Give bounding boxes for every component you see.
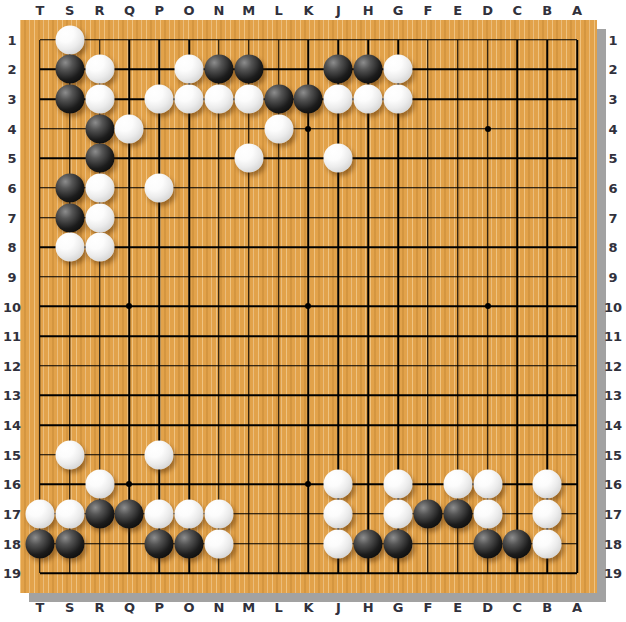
intersection-J4[interactable] [323,114,353,144]
intersection-L9[interactable] [264,262,294,292]
intersection-H14[interactable] [353,410,383,440]
intersection-K1[interactable] [294,25,324,55]
intersection-O3[interactable] [174,84,204,114]
intersection-M6[interactable] [234,173,264,203]
intersection-G11[interactable] [383,321,413,351]
intersection-N6[interactable] [204,173,234,203]
intersection-E8[interactable] [443,232,473,262]
intersection-P4[interactable] [144,114,174,144]
intersection-E18[interactable] [443,529,473,559]
intersection-K17[interactable] [294,499,324,529]
intersection-E7[interactable] [443,203,473,233]
intersection-E14[interactable] [443,410,473,440]
intersection-C1[interactable] [502,25,532,55]
intersection-B11[interactable] [532,321,562,351]
intersection-M10[interactable] [234,292,264,322]
intersection-O15[interactable] [174,440,204,470]
intersection-A16[interactable] [562,469,592,499]
intersection-H13[interactable] [353,381,383,411]
intersection-O10[interactable] [174,292,204,322]
intersection-T13[interactable] [25,381,55,411]
intersection-Q18[interactable] [115,529,145,559]
intersection-O8[interactable] [174,232,204,262]
intersection-C15[interactable] [502,440,532,470]
intersection-L3[interactable] [264,84,294,114]
intersection-C5[interactable] [502,144,532,174]
intersection-F15[interactable] [413,440,443,470]
intersection-H6[interactable] [353,173,383,203]
intersection-P7[interactable] [144,203,174,233]
intersection-D10[interactable] [473,292,503,322]
intersection-H7[interactable] [353,203,383,233]
intersection-M5[interactable] [234,144,264,174]
intersection-E10[interactable] [443,292,473,322]
intersection-M7[interactable] [234,203,264,233]
intersection-L15[interactable] [264,440,294,470]
intersection-N7[interactable] [204,203,234,233]
intersection-S19[interactable] [55,558,85,588]
intersection-B1[interactable] [532,25,562,55]
intersection-S1[interactable] [55,25,85,55]
intersection-J7[interactable] [323,203,353,233]
intersection-R14[interactable] [85,410,115,440]
intersection-J17[interactable] [323,499,353,529]
intersection-R18[interactable] [85,529,115,559]
intersection-N3[interactable] [204,84,234,114]
intersection-G9[interactable] [383,262,413,292]
intersection-E2[interactable] [443,55,473,85]
intersection-K15[interactable] [294,440,324,470]
intersection-N4[interactable] [204,114,234,144]
intersection-P11[interactable] [144,321,174,351]
intersection-L11[interactable] [264,321,294,351]
intersection-B19[interactable] [532,558,562,588]
intersection-E4[interactable] [443,114,473,144]
intersection-P15[interactable] [144,440,174,470]
intersection-E16[interactable] [443,469,473,499]
intersection-T6[interactable] [25,173,55,203]
intersection-O9[interactable] [174,262,204,292]
intersection-C13[interactable] [502,381,532,411]
intersection-R9[interactable] [85,262,115,292]
intersection-R19[interactable] [85,558,115,588]
intersection-G19[interactable] [383,558,413,588]
intersection-B18[interactable] [532,529,562,559]
intersection-G14[interactable] [383,410,413,440]
intersection-B2[interactable] [532,55,562,85]
intersection-T8[interactable] [25,232,55,262]
intersection-G4[interactable] [383,114,413,144]
intersection-O4[interactable] [174,114,204,144]
intersection-C8[interactable] [502,232,532,262]
intersection-E11[interactable] [443,321,473,351]
intersection-K7[interactable] [294,203,324,233]
intersection-K10[interactable] [294,292,324,322]
intersection-M9[interactable] [234,262,264,292]
intersection-N10[interactable] [204,292,234,322]
intersection-Q17[interactable] [115,499,145,529]
intersection-J18[interactable] [323,529,353,559]
intersection-J15[interactable] [323,440,353,470]
intersection-R6[interactable] [85,173,115,203]
intersection-D4[interactable] [473,114,503,144]
intersection-D2[interactable] [473,55,503,85]
intersection-K14[interactable] [294,410,324,440]
intersection-A7[interactable] [562,203,592,233]
intersection-N17[interactable] [204,499,234,529]
intersection-G8[interactable] [383,232,413,262]
intersection-T2[interactable] [25,55,55,85]
intersection-D18[interactable] [473,529,503,559]
intersection-S15[interactable] [55,440,85,470]
intersection-J2[interactable] [323,55,353,85]
intersection-A9[interactable] [562,262,592,292]
intersection-L5[interactable] [264,144,294,174]
intersection-O5[interactable] [174,144,204,174]
intersection-Q8[interactable] [115,232,145,262]
intersection-S2[interactable] [55,55,85,85]
intersection-N18[interactable] [204,529,234,559]
intersection-Q5[interactable] [115,144,145,174]
intersection-N5[interactable] [204,144,234,174]
intersection-B12[interactable] [532,351,562,381]
intersection-K2[interactable] [294,55,324,85]
intersection-E19[interactable] [443,558,473,588]
intersection-M8[interactable] [234,232,264,262]
intersection-P17[interactable] [144,499,174,529]
intersection-J8[interactable] [323,232,353,262]
intersection-O1[interactable] [174,25,204,55]
intersection-R17[interactable] [85,499,115,529]
intersection-R7[interactable] [85,203,115,233]
intersection-A14[interactable] [562,410,592,440]
intersection-J5[interactable] [323,144,353,174]
intersection-M14[interactable] [234,410,264,440]
intersection-C16[interactable] [502,469,532,499]
intersection-B5[interactable] [532,144,562,174]
intersection-N9[interactable] [204,262,234,292]
intersection-S10[interactable] [55,292,85,322]
intersection-Q11[interactable] [115,321,145,351]
intersection-R13[interactable] [85,381,115,411]
intersection-D14[interactable] [473,410,503,440]
intersection-M12[interactable] [234,351,264,381]
intersection-B13[interactable] [532,381,562,411]
intersection-H11[interactable] [353,321,383,351]
intersection-P14[interactable] [144,410,174,440]
intersection-D17[interactable] [473,499,503,529]
intersection-H5[interactable] [353,144,383,174]
intersection-Q3[interactable] [115,84,145,114]
intersection-F8[interactable] [413,232,443,262]
intersection-T1[interactable] [25,25,55,55]
intersection-A4[interactable] [562,114,592,144]
intersection-K13[interactable] [294,381,324,411]
intersection-L10[interactable] [264,292,294,322]
intersection-R3[interactable] [85,84,115,114]
intersection-L14[interactable] [264,410,294,440]
intersection-R2[interactable] [85,55,115,85]
intersection-D1[interactable] [473,25,503,55]
intersection-P10[interactable] [144,292,174,322]
intersection-P3[interactable] [144,84,174,114]
intersection-G18[interactable] [383,529,413,559]
intersection-N12[interactable] [204,351,234,381]
intersection-M2[interactable] [234,55,264,85]
intersection-N13[interactable] [204,381,234,411]
intersection-P5[interactable] [144,144,174,174]
intersection-G17[interactable] [383,499,413,529]
intersection-P6[interactable] [144,173,174,203]
intersection-S8[interactable] [55,232,85,262]
intersection-G16[interactable] [383,469,413,499]
intersection-F18[interactable] [413,529,443,559]
intersection-O18[interactable] [174,529,204,559]
intersection-H4[interactable] [353,114,383,144]
intersection-B14[interactable] [532,410,562,440]
intersection-E12[interactable] [443,351,473,381]
intersection-G3[interactable] [383,84,413,114]
intersection-D6[interactable] [473,173,503,203]
intersection-C12[interactable] [502,351,532,381]
intersection-D11[interactable] [473,321,503,351]
intersection-R12[interactable] [85,351,115,381]
intersection-F13[interactable] [413,381,443,411]
intersection-K18[interactable] [294,529,324,559]
intersection-G2[interactable] [383,55,413,85]
intersection-F11[interactable] [413,321,443,351]
intersection-D12[interactable] [473,351,503,381]
intersection-J16[interactable] [323,469,353,499]
intersection-J14[interactable] [323,410,353,440]
intersection-M1[interactable] [234,25,264,55]
intersection-G1[interactable] [383,25,413,55]
intersection-M15[interactable] [234,440,264,470]
intersection-Q1[interactable] [115,25,145,55]
intersection-M18[interactable] [234,529,264,559]
intersection-C9[interactable] [502,262,532,292]
intersection-T16[interactable] [25,469,55,499]
intersection-Q2[interactable] [115,55,145,85]
intersection-G12[interactable] [383,351,413,381]
intersection-J1[interactable] [323,25,353,55]
intersection-L6[interactable] [264,173,294,203]
intersection-P18[interactable] [144,529,174,559]
intersection-C4[interactable] [502,114,532,144]
intersection-A2[interactable] [562,55,592,85]
intersection-G5[interactable] [383,144,413,174]
intersection-T15[interactable] [25,440,55,470]
intersection-R1[interactable] [85,25,115,55]
intersection-L7[interactable] [264,203,294,233]
intersection-G13[interactable] [383,381,413,411]
intersection-F4[interactable] [413,114,443,144]
intersection-G6[interactable] [383,173,413,203]
intersection-D9[interactable] [473,262,503,292]
intersection-P12[interactable] [144,351,174,381]
intersection-E15[interactable] [443,440,473,470]
intersection-A18[interactable] [562,529,592,559]
intersection-L8[interactable] [264,232,294,262]
intersection-Q14[interactable] [115,410,145,440]
intersection-R5[interactable] [85,144,115,174]
intersection-C18[interactable] [502,529,532,559]
intersection-P1[interactable] [144,25,174,55]
intersection-B17[interactable] [532,499,562,529]
intersection-C11[interactable] [502,321,532,351]
intersection-A6[interactable] [562,173,592,203]
intersection-A3[interactable] [562,84,592,114]
intersection-Q6[interactable] [115,173,145,203]
intersection-Q9[interactable] [115,262,145,292]
intersection-M13[interactable] [234,381,264,411]
intersection-F10[interactable] [413,292,443,322]
intersection-L12[interactable] [264,351,294,381]
intersection-J10[interactable] [323,292,353,322]
intersection-T10[interactable] [25,292,55,322]
intersection-A5[interactable] [562,144,592,174]
intersection-T14[interactable] [25,410,55,440]
intersection-K9[interactable] [294,262,324,292]
intersection-N19[interactable] [204,558,234,588]
intersection-D16[interactable] [473,469,503,499]
intersection-H12[interactable] [353,351,383,381]
intersection-A11[interactable] [562,321,592,351]
intersection-C7[interactable] [502,203,532,233]
intersection-B3[interactable] [532,84,562,114]
intersection-O13[interactable] [174,381,204,411]
intersection-E3[interactable] [443,84,473,114]
intersection-T9[interactable] [25,262,55,292]
intersection-H17[interactable] [353,499,383,529]
intersection-F2[interactable] [413,55,443,85]
intersection-F6[interactable] [413,173,443,203]
intersection-R4[interactable] [85,114,115,144]
intersection-S9[interactable] [55,262,85,292]
intersection-J9[interactable] [323,262,353,292]
intersection-M19[interactable] [234,558,264,588]
intersection-J13[interactable] [323,381,353,411]
intersection-E6[interactable] [443,173,473,203]
intersection-Q13[interactable] [115,381,145,411]
intersection-F16[interactable] [413,469,443,499]
intersection-K12[interactable] [294,351,324,381]
intersection-J3[interactable] [323,84,353,114]
intersection-R15[interactable] [85,440,115,470]
intersection-O11[interactable] [174,321,204,351]
intersection-Q19[interactable] [115,558,145,588]
intersection-N15[interactable] [204,440,234,470]
intersection-K19[interactable] [294,558,324,588]
intersection-N14[interactable] [204,410,234,440]
intersection-T11[interactable] [25,321,55,351]
intersection-L2[interactable] [264,55,294,85]
intersection-F7[interactable] [413,203,443,233]
intersection-S13[interactable] [55,381,85,411]
intersection-H2[interactable] [353,55,383,85]
intersection-Q12[interactable] [115,351,145,381]
intersection-J11[interactable] [323,321,353,351]
intersection-A8[interactable] [562,232,592,262]
intersection-G7[interactable] [383,203,413,233]
intersection-S5[interactable] [55,144,85,174]
intersection-A19[interactable] [562,558,592,588]
intersection-H10[interactable] [353,292,383,322]
intersection-C19[interactable] [502,558,532,588]
intersection-D3[interactable] [473,84,503,114]
intersection-K4[interactable] [294,114,324,144]
intersection-R10[interactable] [85,292,115,322]
intersection-H1[interactable] [353,25,383,55]
intersection-E5[interactable] [443,144,473,174]
intersection-M3[interactable] [234,84,264,114]
intersection-B10[interactable] [532,292,562,322]
intersection-H8[interactable] [353,232,383,262]
intersection-L19[interactable] [264,558,294,588]
intersection-M17[interactable] [234,499,264,529]
intersection-L13[interactable] [264,381,294,411]
intersection-N2[interactable] [204,55,234,85]
intersection-F3[interactable] [413,84,443,114]
intersection-J12[interactable] [323,351,353,381]
intersection-M16[interactable] [234,469,264,499]
intersection-S11[interactable] [55,321,85,351]
intersection-A15[interactable] [562,440,592,470]
intersection-P16[interactable] [144,469,174,499]
intersection-T4[interactable] [25,114,55,144]
intersection-K5[interactable] [294,144,324,174]
intersection-O7[interactable] [174,203,204,233]
intersection-G15[interactable] [383,440,413,470]
intersection-S18[interactable] [55,529,85,559]
intersection-Q15[interactable] [115,440,145,470]
intersection-T19[interactable] [25,558,55,588]
intersection-K16[interactable] [294,469,324,499]
intersection-N16[interactable] [204,469,234,499]
intersection-K11[interactable] [294,321,324,351]
intersection-Q10[interactable] [115,292,145,322]
intersection-P8[interactable] [144,232,174,262]
intersection-C14[interactable] [502,410,532,440]
intersection-O14[interactable] [174,410,204,440]
intersection-Q16[interactable] [115,469,145,499]
intersection-G10[interactable] [383,292,413,322]
intersection-H18[interactable] [353,529,383,559]
intersection-A10[interactable] [562,292,592,322]
intersection-L18[interactable] [264,529,294,559]
intersection-N11[interactable] [204,321,234,351]
intersection-L17[interactable] [264,499,294,529]
intersection-S12[interactable] [55,351,85,381]
intersection-J6[interactable] [323,173,353,203]
intersection-T5[interactable] [25,144,55,174]
intersection-B8[interactable] [532,232,562,262]
intersection-S16[interactable] [55,469,85,499]
intersection-T7[interactable] [25,203,55,233]
intersection-N8[interactable] [204,232,234,262]
intersection-P9[interactable] [144,262,174,292]
intersection-S7[interactable] [55,203,85,233]
intersection-C3[interactable] [502,84,532,114]
intersection-K8[interactable] [294,232,324,262]
intersection-O2[interactable] [174,55,204,85]
intersection-H15[interactable] [353,440,383,470]
intersection-D19[interactable] [473,558,503,588]
intersection-B16[interactable] [532,469,562,499]
intersection-B9[interactable] [532,262,562,292]
intersection-H19[interactable] [353,558,383,588]
intersection-H9[interactable] [353,262,383,292]
